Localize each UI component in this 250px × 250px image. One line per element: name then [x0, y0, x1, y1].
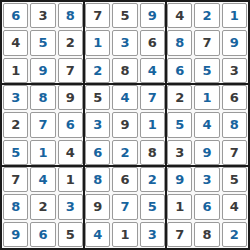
- cell-r9c8[interactable]: 8: [194, 222, 219, 247]
- cell-r8c6[interactable]: 5: [140, 194, 165, 219]
- cell-r4c5[interactable]: 4: [112, 85, 137, 110]
- cell-r3c7[interactable]: 6: [167, 58, 192, 83]
- cell-r9c7[interactable]: 7: [167, 222, 192, 247]
- cell-r2c8[interactable]: 7: [194, 30, 219, 55]
- cell-r8c3[interactable]: 3: [58, 194, 83, 219]
- cell-r9c2[interactable]: 6: [30, 222, 55, 247]
- cell-r8c5[interactable]: 7: [112, 194, 137, 219]
- cell-r2c1[interactable]: 4: [3, 30, 28, 55]
- sudoku-board: 6387594214521368791972846533895472162763…: [0, 0, 250, 250]
- cell-r2c6[interactable]: 6: [140, 30, 165, 55]
- cell-r6c7[interactable]: 3: [167, 140, 192, 165]
- cell-r7c1[interactable]: 7: [3, 167, 28, 192]
- cell-r5c5[interactable]: 9: [112, 112, 137, 137]
- cell-r9c3[interactable]: 5: [58, 222, 83, 247]
- cell-r2c2[interactable]: 5: [30, 30, 55, 55]
- cell-r5c3[interactable]: 6: [58, 112, 83, 137]
- cell-r3c9[interactable]: 3: [222, 58, 247, 83]
- cell-r3c4[interactable]: 2: [85, 58, 110, 83]
- cell-r6c4[interactable]: 6: [85, 140, 110, 165]
- cell-r6c2[interactable]: 1: [30, 140, 55, 165]
- cell-r1c9[interactable]: 1: [222, 3, 247, 28]
- cell-r7c2[interactable]: 4: [30, 167, 55, 192]
- cell-r6c5[interactable]: 2: [112, 140, 137, 165]
- cell-r4c3[interactable]: 9: [58, 85, 83, 110]
- cell-r2c9[interactable]: 9: [222, 30, 247, 55]
- cell-r2c5[interactable]: 3: [112, 30, 137, 55]
- cell-r9c1[interactable]: 9: [3, 222, 28, 247]
- cell-r7c8[interactable]: 3: [194, 167, 219, 192]
- cell-r5c6[interactable]: 1: [140, 112, 165, 137]
- cell-r4c7[interactable]: 2: [167, 85, 192, 110]
- cell-r5c1[interactable]: 2: [3, 112, 28, 137]
- cell-r3c3[interactable]: 7: [58, 58, 83, 83]
- cell-r9c6[interactable]: 3: [140, 222, 165, 247]
- cell-r7c9[interactable]: 5: [222, 167, 247, 192]
- cell-r8c2[interactable]: 2: [30, 194, 55, 219]
- cell-r5c9[interactable]: 8: [222, 112, 247, 137]
- cell-r1c2[interactable]: 3: [30, 3, 55, 28]
- cell-r2c4[interactable]: 1: [85, 30, 110, 55]
- cell-r5c4[interactable]: 3: [85, 112, 110, 137]
- cell-r7c5[interactable]: 6: [112, 167, 137, 192]
- cell-r3c5[interactable]: 8: [112, 58, 137, 83]
- cell-r1c1[interactable]: 6: [3, 3, 28, 28]
- cell-r7c7[interactable]: 9: [167, 167, 192, 192]
- cell-r3c6[interactable]: 4: [140, 58, 165, 83]
- cell-r1c7[interactable]: 4: [167, 3, 192, 28]
- cell-r7c3[interactable]: 1: [58, 167, 83, 192]
- cell-r6c3[interactable]: 4: [58, 140, 83, 165]
- cell-r1c5[interactable]: 5: [112, 3, 137, 28]
- cell-r1c3[interactable]: 8: [58, 3, 83, 28]
- cell-r4c2[interactable]: 8: [30, 85, 55, 110]
- cell-r9c9[interactable]: 2: [222, 222, 247, 247]
- cell-r5c8[interactable]: 4: [194, 112, 219, 137]
- cell-r8c4[interactable]: 9: [85, 194, 110, 219]
- cell-r9c5[interactable]: 1: [112, 222, 137, 247]
- cell-r4c9[interactable]: 6: [222, 85, 247, 110]
- cell-r8c9[interactable]: 4: [222, 194, 247, 219]
- cell-r6c6[interactable]: 8: [140, 140, 165, 165]
- cell-r3c2[interactable]: 9: [30, 58, 55, 83]
- cell-r1c8[interactable]: 2: [194, 3, 219, 28]
- cell-r4c8[interactable]: 1: [194, 85, 219, 110]
- cell-r6c9[interactable]: 7: [222, 140, 247, 165]
- cell-r3c8[interactable]: 5: [194, 58, 219, 83]
- cell-r2c3[interactable]: 2: [58, 30, 83, 55]
- cell-r8c8[interactable]: 6: [194, 194, 219, 219]
- cell-r6c1[interactable]: 5: [3, 140, 28, 165]
- cell-r2c7[interactable]: 8: [167, 30, 192, 55]
- cell-r8c1[interactable]: 8: [3, 194, 28, 219]
- cell-r6c8[interactable]: 9: [194, 140, 219, 165]
- cell-r8c7[interactable]: 1: [167, 194, 192, 219]
- cell-r4c6[interactable]: 7: [140, 85, 165, 110]
- cell-r7c4[interactable]: 8: [85, 167, 110, 192]
- cell-r4c1[interactable]: 3: [3, 85, 28, 110]
- cell-r5c7[interactable]: 5: [167, 112, 192, 137]
- cell-r5c2[interactable]: 7: [30, 112, 55, 137]
- cell-r4c4[interactable]: 5: [85, 85, 110, 110]
- cell-r7c6[interactable]: 2: [140, 167, 165, 192]
- cell-r1c4[interactable]: 7: [85, 3, 110, 28]
- cell-r1c6[interactable]: 9: [140, 3, 165, 28]
- cell-r3c1[interactable]: 1: [3, 58, 28, 83]
- cell-r9c4[interactable]: 4: [85, 222, 110, 247]
